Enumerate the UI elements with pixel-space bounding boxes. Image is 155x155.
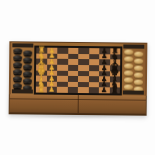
draughts-piece-black <box>13 69 22 75</box>
draughts-piece-light <box>125 49 134 55</box>
draughts-piece-black <box>23 57 32 63</box>
square <box>57 87 68 93</box>
draughts-piece-black <box>23 50 32 56</box>
right-checkers-tray <box>122 43 146 95</box>
ground-shadow <box>14 113 142 119</box>
product-photo: ♜♟♟♜♞♟♟♞♝♟♟♝♛♟♟♛♚♟♟♚♝♟♟♝♞♟♟♞♜♟♟♜ <box>0 0 155 155</box>
draughts-piece-black <box>13 76 22 82</box>
draughts-piece-black <box>23 78 32 84</box>
chess-piece-white-r: ♜ <box>37 85 45 94</box>
draughts-piece-light <box>124 84 133 90</box>
square: ♜ <box>36 87 47 93</box>
chess-piece-white-p: ♟ <box>48 87 54 94</box>
draughts-piece-light <box>134 72 143 78</box>
draughts-piece-light <box>124 56 133 62</box>
draughts-piece-black <box>13 83 22 89</box>
chess-piece-black-r: ♜ <box>111 86 119 95</box>
draughts-piece-light <box>124 70 133 76</box>
draughts-piece-black <box>14 48 23 54</box>
draughts-piece-black <box>13 55 22 61</box>
draughts-piece-light <box>134 86 143 92</box>
draughts-piece-black <box>23 64 32 70</box>
draughts-piece-black <box>23 85 32 91</box>
draughts-piece-black <box>23 71 32 77</box>
chess-board: ♜♟♟♜♞♟♟♞♝♟♟♝♛♟♟♛♚♟♟♚♝♟♟♝♞♟♟♞♜♟♟♜ <box>36 48 120 94</box>
square <box>78 87 89 93</box>
square: ♟ <box>99 88 110 94</box>
draughts-piece-light <box>124 63 133 69</box>
draughts-piece-light <box>134 51 143 57</box>
left-checkers-tray <box>11 42 35 94</box>
board-frame: ♜♟♟♜♞♟♟♞♝♟♟♝♛♟♟♛♚♟♟♚♝♟♟♝♞♟♟♞♜♟♟♜ <box>34 46 123 96</box>
square: ♟ <box>46 87 57 93</box>
box-top-surface: ♜♟♟♜♞♟♟♞♝♟♟♝♛♟♟♛♚♟♟♚♝♟♟♝♞♟♟♞♜♟♟♜ <box>9 41 148 95</box>
square <box>67 87 78 93</box>
chess-piece-black-p: ♟ <box>101 87 107 94</box>
folding-chess-box: ♜♟♟♜♞♟♟♞♝♟♟♝♛♟♟♛♚♟♟♚♝♟♟♝♞♟♟♞♜♟♟♜ <box>9 41 148 115</box>
draughts-piece-light <box>124 77 133 83</box>
draughts-piece-black <box>13 62 22 68</box>
draughts-piece-light <box>134 79 143 85</box>
draughts-piece-light <box>134 65 143 71</box>
draughts-piece-light <box>134 58 143 64</box>
square: ♜ <box>109 88 120 94</box>
square <box>88 87 99 93</box>
box-fold-seam <box>78 95 79 113</box>
